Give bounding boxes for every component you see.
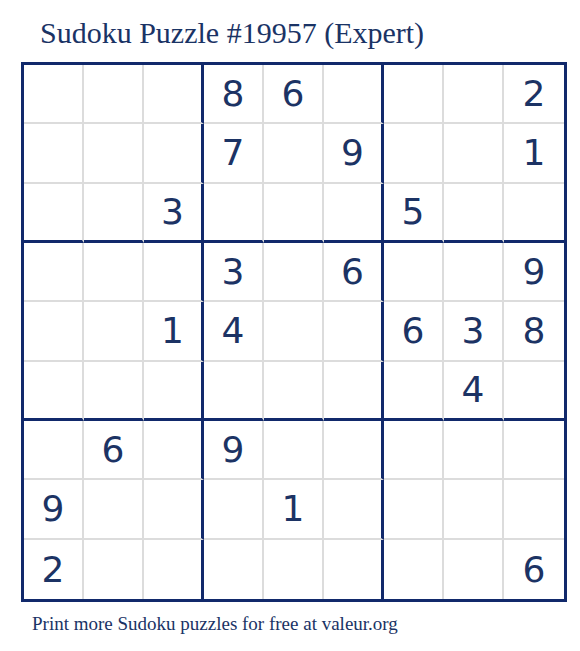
sudoku-cell-r4c6: 6 bbox=[324, 243, 384, 302]
sudoku-cell-r5c3: 1 bbox=[144, 302, 204, 361]
sudoku-cell-r5c8: 3 bbox=[444, 302, 504, 361]
sudoku-cell-r8c3 bbox=[144, 480, 204, 539]
sudoku-cell-r9c8 bbox=[444, 540, 504, 599]
sudoku-cell-r9c7 bbox=[384, 540, 444, 599]
footer-text: Print more Sudoku puzzles for free at va… bbox=[32, 612, 398, 636]
sudoku-cell-r7c4: 9 bbox=[204, 421, 264, 480]
sudoku-cell-r6c9 bbox=[504, 362, 564, 421]
sudoku-cell-r3c1 bbox=[24, 184, 84, 243]
sudoku-print-page: Sudoku Puzzle #19957 (Expert) 8627913536… bbox=[0, 0, 580, 651]
sudoku-cell-r4c7 bbox=[384, 243, 444, 302]
sudoku-cell-r9c1: 2 bbox=[24, 540, 84, 599]
sudoku-cell-r5c4: 4 bbox=[204, 302, 264, 361]
sudoku-cell-r4c2 bbox=[84, 243, 144, 302]
sudoku-cell-r7c6 bbox=[324, 421, 384, 480]
sudoku-cell-r8c8 bbox=[444, 480, 504, 539]
sudoku-cell-r2c9: 1 bbox=[504, 124, 564, 183]
sudoku-cell-r8c9 bbox=[504, 480, 564, 539]
sudoku-cell-r7c2: 6 bbox=[84, 421, 144, 480]
sudoku-cell-r1c6 bbox=[324, 65, 384, 124]
sudoku-cell-r9c3 bbox=[144, 540, 204, 599]
sudoku-cell-r2c6: 9 bbox=[324, 124, 384, 183]
sudoku-cell-r1c7 bbox=[384, 65, 444, 124]
sudoku-cell-r3c8 bbox=[444, 184, 504, 243]
sudoku-cell-r2c2 bbox=[84, 124, 144, 183]
sudoku-cell-r1c2 bbox=[84, 65, 144, 124]
sudoku-cell-r1c5: 6 bbox=[264, 65, 324, 124]
sudoku-cell-r8c7 bbox=[384, 480, 444, 539]
sudoku-cell-r2c4: 7 bbox=[204, 124, 264, 183]
sudoku-cell-r4c4: 3 bbox=[204, 243, 264, 302]
sudoku-cell-r6c6 bbox=[324, 362, 384, 421]
sudoku-cell-r6c8: 4 bbox=[444, 362, 504, 421]
sudoku-cell-r6c1 bbox=[24, 362, 84, 421]
sudoku-cell-r5c2 bbox=[84, 302, 144, 361]
sudoku-cell-r6c3 bbox=[144, 362, 204, 421]
sudoku-cell-r5c6 bbox=[324, 302, 384, 361]
sudoku-cell-r9c6 bbox=[324, 540, 384, 599]
sudoku-cell-r7c5 bbox=[264, 421, 324, 480]
sudoku-cell-r3c3: 3 bbox=[144, 184, 204, 243]
sudoku-cell-r3c7: 5 bbox=[384, 184, 444, 243]
sudoku-cell-r2c1 bbox=[24, 124, 84, 183]
sudoku-cell-r2c7 bbox=[384, 124, 444, 183]
sudoku-cell-r3c4 bbox=[204, 184, 264, 243]
sudoku-cell-r4c1 bbox=[24, 243, 84, 302]
sudoku-cell-r9c2 bbox=[84, 540, 144, 599]
sudoku-cell-r5c7: 6 bbox=[384, 302, 444, 361]
sudoku-cell-r7c7 bbox=[384, 421, 444, 480]
sudoku-cell-r7c8 bbox=[444, 421, 504, 480]
sudoku-cell-r9c5 bbox=[264, 540, 324, 599]
sudoku-cell-r9c4 bbox=[204, 540, 264, 599]
sudoku-cell-r8c4 bbox=[204, 480, 264, 539]
sudoku-cell-r6c7 bbox=[384, 362, 444, 421]
sudoku-cell-r5c1 bbox=[24, 302, 84, 361]
sudoku-cell-r4c3 bbox=[144, 243, 204, 302]
sudoku-cell-r5c5 bbox=[264, 302, 324, 361]
sudoku-cell-r8c2 bbox=[84, 480, 144, 539]
sudoku-cell-r1c4: 8 bbox=[204, 65, 264, 124]
sudoku-cell-r7c1 bbox=[24, 421, 84, 480]
sudoku-cell-r9c9: 6 bbox=[504, 540, 564, 599]
sudoku-cell-r1c9: 2 bbox=[504, 65, 564, 124]
sudoku-cell-r6c5 bbox=[264, 362, 324, 421]
sudoku-cell-r7c9 bbox=[504, 421, 564, 480]
sudoku-cell-r6c4 bbox=[204, 362, 264, 421]
sudoku-cell-r4c8 bbox=[444, 243, 504, 302]
sudoku-cell-r3c9 bbox=[504, 184, 564, 243]
sudoku-cell-r4c5 bbox=[264, 243, 324, 302]
sudoku-cell-r3c6 bbox=[324, 184, 384, 243]
sudoku-cell-r2c5 bbox=[264, 124, 324, 183]
sudoku-cell-r1c1 bbox=[24, 65, 84, 124]
sudoku-cell-r1c3 bbox=[144, 65, 204, 124]
sudoku-cell-r1c8 bbox=[444, 65, 504, 124]
sudoku-cell-r3c2 bbox=[84, 184, 144, 243]
page-title: Sudoku Puzzle #19957 (Expert) bbox=[40, 14, 424, 52]
sudoku-grid: 86279135369146384699126 bbox=[21, 62, 567, 602]
sudoku-cell-r5c9: 8 bbox=[504, 302, 564, 361]
sudoku-cell-r8c6 bbox=[324, 480, 384, 539]
sudoku-cell-r3c5 bbox=[264, 184, 324, 243]
sudoku-cell-r4c9: 9 bbox=[504, 243, 564, 302]
sudoku-cell-r8c1: 9 bbox=[24, 480, 84, 539]
sudoku-cell-r2c3 bbox=[144, 124, 204, 183]
sudoku-cell-r8c5: 1 bbox=[264, 480, 324, 539]
sudoku-cell-r7c3 bbox=[144, 421, 204, 480]
sudoku-cell-r2c8 bbox=[444, 124, 504, 183]
sudoku-cell-r6c2 bbox=[84, 362, 144, 421]
